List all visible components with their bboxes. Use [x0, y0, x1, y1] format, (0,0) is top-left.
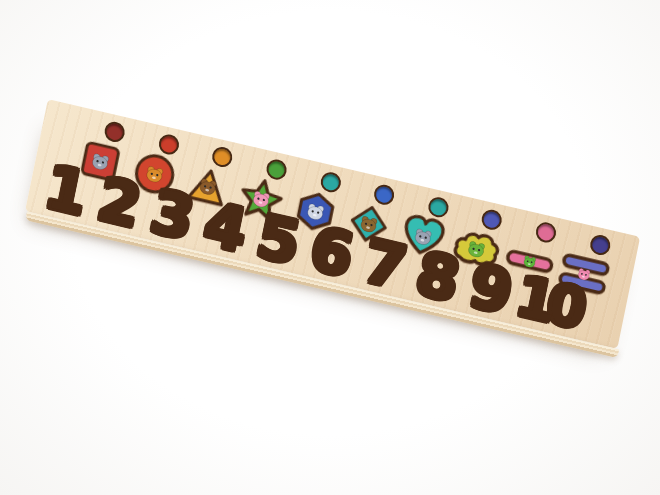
number-6-glyph: 6: [305, 218, 356, 286]
product-photo-scene: 12345678910: [0, 0, 660, 495]
number-7-glyph: 7: [358, 230, 409, 298]
number-1-glyph: 1: [40, 156, 91, 224]
number-9-glyph: 9: [464, 255, 515, 323]
puzzle-board: 12345678910: [25, 99, 640, 349]
number-4-glyph: 4: [199, 193, 250, 261]
number-10-glyph: 10: [511, 268, 583, 337]
number-5-glyph: 5: [252, 206, 303, 274]
number-10-cutout: 10: [511, 266, 584, 339]
number-8-glyph: 8: [411, 243, 462, 311]
number-2-glyph: 2: [93, 168, 144, 236]
number-3-glyph: 3: [146, 181, 197, 249]
